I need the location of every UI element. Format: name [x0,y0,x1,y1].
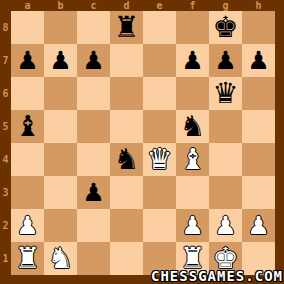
rank-label-2: 2 [0,209,11,242]
square-f8[interactable] [176,11,209,44]
piece-black-pawn-c7[interactable]: ♟ [82,44,104,77]
square-e3[interactable] [143,176,176,209]
piece-black-rook-d8[interactable]: ♜ [114,11,140,44]
square-h4[interactable] [242,143,275,176]
file-label-e: e [143,0,176,11]
piece-black-pawn-b7[interactable]: ♟ [49,44,71,77]
square-h3[interactable] [242,176,275,209]
rank-label-7: 7 [0,44,11,77]
piece-white-rook-a1[interactable]: ♜ [15,242,41,275]
square-a6[interactable] [11,77,44,110]
piece-white-pawn-f2[interactable]: ♟ [181,209,203,242]
rank-label-4: 4 [0,143,11,176]
square-c8[interactable] [77,11,110,44]
piece-black-pawn-f7[interactable]: ♟ [181,44,203,77]
square-b6[interactable] [44,77,77,110]
rank-labels: 87654321 [0,11,11,275]
square-d7[interactable] [110,44,143,77]
square-f5[interactable]: ♞ [176,110,209,143]
square-a5[interactable]: ♝ [11,110,44,143]
file-label-h: h [242,0,275,11]
square-f6[interactable] [176,77,209,110]
piece-black-pawn-g7[interactable]: ♟ [214,44,236,77]
square-a3[interactable] [11,176,44,209]
square-a8[interactable] [11,11,44,44]
file-label-c: c [77,0,110,11]
square-h8[interactable] [242,11,275,44]
file-label-a: a [11,0,44,11]
piece-white-pawn-h2[interactable]: ♟ [247,209,269,242]
piece-black-pawn-h7[interactable]: ♟ [247,44,269,77]
piece-black-pawn-c3[interactable]: ♟ [82,176,104,209]
rank-label-6: 6 [0,77,11,110]
piece-black-king-g8[interactable]: ♚ [213,11,239,44]
piece-white-bishop-f4[interactable]: ♝ [180,143,206,176]
square-d4[interactable]: ♞ [110,143,143,176]
square-b5[interactable] [44,110,77,143]
piece-white-pawn-g2[interactable]: ♟ [214,209,236,242]
square-f7[interactable]: ♟ [176,44,209,77]
square-b1[interactable]: ♞ [44,242,77,275]
square-g6[interactable]: ♛ [209,77,242,110]
square-c4[interactable] [77,143,110,176]
piece-black-knight-f5[interactable]: ♞ [180,110,206,143]
square-e5[interactable] [143,110,176,143]
square-h6[interactable] [242,77,275,110]
square-h2[interactable]: ♟ [242,209,275,242]
square-c2[interactable] [77,209,110,242]
rank-label-5: 5 [0,110,11,143]
square-d5[interactable] [110,110,143,143]
square-e7[interactable] [143,44,176,77]
square-c3[interactable]: ♟ [77,176,110,209]
square-b8[interactable] [44,11,77,44]
square-c1[interactable] [77,242,110,275]
rank-label-8: 8 [0,11,11,44]
square-f2[interactable]: ♟ [176,209,209,242]
square-d8[interactable]: ♜ [110,11,143,44]
square-a2[interactable]: ♟ [11,209,44,242]
square-g4[interactable] [209,143,242,176]
rank-label-3: 3 [0,176,11,209]
piece-black-knight-d4[interactable]: ♞ [114,143,140,176]
square-f4[interactable]: ♝ [176,143,209,176]
square-g5[interactable] [209,110,242,143]
square-g3[interactable] [209,176,242,209]
square-a7[interactable]: ♟ [11,44,44,77]
square-c7[interactable]: ♟ [77,44,110,77]
chessgames-watermark: CHESSGAMES.COM [151,270,283,283]
square-b2[interactable] [44,209,77,242]
square-b7[interactable]: ♟ [44,44,77,77]
piece-black-pawn-a7[interactable]: ♟ [16,44,38,77]
square-a4[interactable] [11,143,44,176]
square-e4[interactable]: ♛ [143,143,176,176]
square-h5[interactable] [242,110,275,143]
board-grid: ♜♚♟♟♟♟♟♟♛♝♞♞♛♝♟♟♟♟♟♜♞♜♚ [11,11,275,275]
square-g7[interactable]: ♟ [209,44,242,77]
square-d3[interactable] [110,176,143,209]
square-a1[interactable]: ♜ [11,242,44,275]
square-c6[interactable] [77,77,110,110]
piece-black-bishop-a5[interactable]: ♝ [15,110,41,143]
square-e8[interactable] [143,11,176,44]
piece-white-pawn-a2[interactable]: ♟ [16,209,38,242]
piece-white-queen-e4[interactable]: ♛ [147,143,173,176]
square-e2[interactable] [143,209,176,242]
square-d1[interactable] [110,242,143,275]
piece-white-knight-b1[interactable]: ♞ [48,242,74,275]
square-d6[interactable] [110,77,143,110]
chess-board-diagram: abcdefgh 87654321 ♜♚♟♟♟♟♟♟♛♝♞♞♛♝♟♟♟♟♟♜♞♜… [0,0,284,284]
rank-label-1: 1 [0,242,11,275]
square-h7[interactable]: ♟ [242,44,275,77]
square-g2[interactable]: ♟ [209,209,242,242]
square-b3[interactable] [44,176,77,209]
file-label-b: b [44,0,77,11]
square-e6[interactable] [143,77,176,110]
square-d2[interactable] [110,209,143,242]
square-g8[interactable]: ♚ [209,11,242,44]
file-label-f: f [176,0,209,11]
piece-black-queen-g6[interactable]: ♛ [213,77,239,110]
square-f3[interactable] [176,176,209,209]
square-c5[interactable] [77,110,110,143]
square-b4[interactable] [44,143,77,176]
